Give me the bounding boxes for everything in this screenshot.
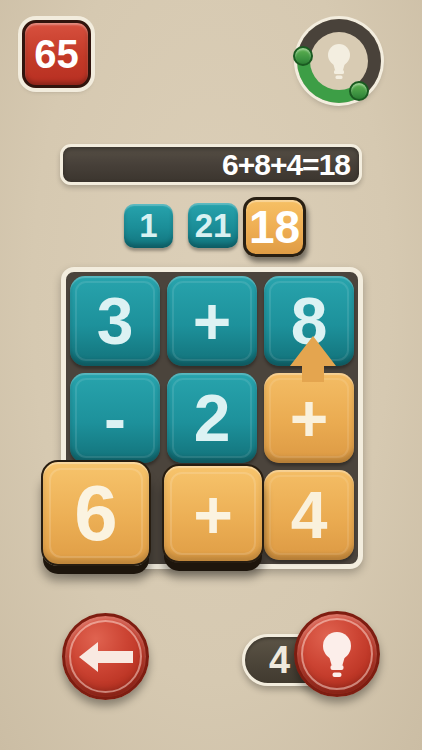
tile-label: - — [104, 380, 126, 456]
target-tile-1: 1 — [124, 204, 173, 248]
level-badge: 65 — [22, 20, 91, 88]
tile-label: 4 — [291, 477, 328, 553]
tile-label: + — [193, 283, 232, 359]
tile-label: 6 — [74, 468, 117, 559]
lifted-tile-plus[interactable]: + — [162, 464, 264, 563]
game-screen: 65 6+8+4=18 1 21 18 3 + 8 - 2 + — [0, 0, 422, 750]
hint-button[interactable] — [294, 611, 380, 697]
board-tile-r2c2[interactable]: 2 — [167, 373, 257, 463]
tile-label: 3 — [97, 283, 134, 359]
hint-progress-ring[interactable] — [297, 19, 381, 103]
board-tile-r1c2[interactable]: + — [167, 276, 257, 366]
level-number: 65 — [34, 32, 79, 77]
lifted-tile-6[interactable]: 6 — [41, 460, 151, 566]
move-arrow-icon — [290, 336, 336, 382]
hint-count: 4 — [269, 639, 290, 682]
left-arrow-icon — [79, 642, 133, 672]
undo-back-button[interactable] — [62, 613, 149, 700]
board-tile-r1c1[interactable]: 3 — [70, 276, 160, 366]
board-tile-r3c3[interactable]: 4 — [264, 470, 354, 560]
lightbulb-icon — [318, 631, 356, 678]
target-tile-label: 1 — [139, 207, 157, 245]
target-tile-21: 21 — [188, 203, 238, 248]
lightbulb-icon — [324, 43, 354, 80]
target-tile-18-active: 18 — [243, 197, 306, 257]
ring-knob-icon — [293, 46, 313, 66]
tile-label: 2 — [194, 380, 231, 456]
target-tile-label: 18 — [249, 200, 300, 254]
board-tile-r2c1[interactable]: - — [70, 373, 160, 463]
board-tile-r2c3[interactable]: + — [264, 373, 354, 463]
tile-label: + — [290, 380, 329, 456]
ring-knob-icon — [349, 81, 369, 101]
equation-text: 6+8+4=18 — [222, 148, 350, 182]
target-tile-label: 21 — [195, 207, 232, 245]
tile-label: + — [193, 475, 233, 553]
equation-bar: 6+8+4=18 — [60, 144, 362, 185]
